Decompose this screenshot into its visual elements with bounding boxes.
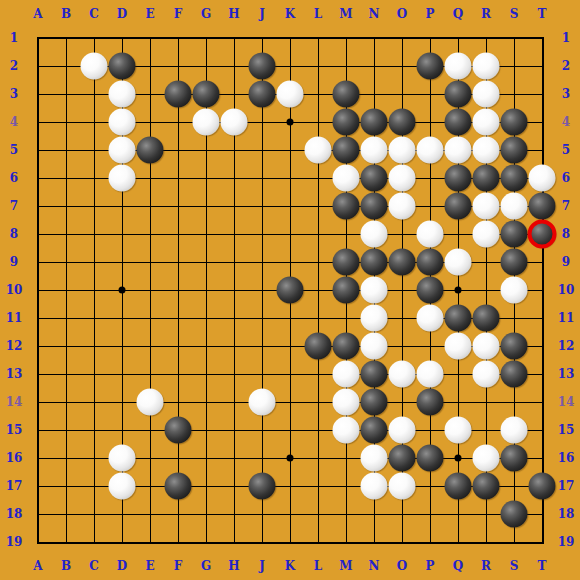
col-label-top-K: K [285,8,295,20]
col-label-bottom-A: A [33,560,42,572]
col-label-top-L: L [314,8,322,20]
stone-white-R13[interactable] [473,361,500,388]
stone-white-Q12[interactable] [445,333,472,360]
col-label-top-F: F [174,8,183,20]
stone-white-O13[interactable] [389,361,416,388]
stone-black-L12[interactable] [305,333,332,360]
go-board: ABCDEFGHJKLMNOPQRST ABCDEFGHJKLMNOPQRST … [0,0,580,580]
row-label-left-11: 11 [6,312,23,324]
stone-black-Q7[interactable] [445,193,472,220]
row-label-left-1: 1 [10,32,18,44]
stone-white-S10[interactable] [501,277,528,304]
row-label-right-5: 5 [562,144,570,156]
row-label-left-16: 16 [6,452,23,464]
stone-white-M13[interactable] [333,361,360,388]
col-label-top-E: E [145,8,154,20]
stone-black-S12[interactable] [501,333,528,360]
star-point-K4 [287,119,294,126]
stone-black-K10[interactable] [277,277,304,304]
stone-white-N16[interactable] [361,445,388,472]
stone-white-P11[interactable] [417,305,444,332]
stone-white-P13[interactable] [417,361,444,388]
col-label-bottom-R: R [481,560,491,572]
stone-black-M10[interactable] [333,277,360,304]
col-label-bottom-G: G [201,560,211,572]
col-label-bottom-P: P [425,560,434,572]
stone-black-J17[interactable] [249,473,276,500]
row-label-left-12: 12 [6,340,23,352]
stone-white-K3[interactable] [277,81,304,108]
row-label-right-12: 12 [558,340,575,352]
stone-white-P5[interactable] [417,137,444,164]
stone-black-S18[interactable] [501,501,528,528]
row-label-right-19: 19 [558,536,575,548]
stone-white-R8[interactable] [473,221,500,248]
row-label-right-2: 2 [562,60,570,72]
col-label-top-T: T [538,8,547,20]
stone-black-P14[interactable] [417,389,444,416]
stone-white-N11[interactable] [361,305,388,332]
stone-black-M7[interactable] [333,193,360,220]
stone-black-R17[interactable] [473,473,500,500]
row-label-right-11: 11 [558,312,575,324]
stone-white-D5[interactable] [109,137,136,164]
col-label-bottom-T: T [538,560,547,572]
stone-white-G4[interactable] [193,109,220,136]
col-label-bottom-O: O [397,560,407,572]
col-label-top-H: H [228,8,239,20]
stone-white-Q2[interactable] [445,53,472,80]
stone-black-Q3[interactable] [445,81,472,108]
row-label-left-10: 10 [6,284,23,296]
col-label-top-S: S [510,8,519,20]
stone-white-D17[interactable] [109,473,136,500]
stone-white-M15[interactable] [333,417,360,444]
stone-white-N10[interactable] [361,277,388,304]
stone-black-N7[interactable] [361,193,388,220]
stone-white-S15[interactable] [501,417,528,444]
col-label-top-O: O [397,8,407,20]
stone-black-T8[interactable] [529,221,556,248]
stone-white-S7[interactable] [501,193,528,220]
stone-white-T6[interactable] [529,165,556,192]
row-label-left-14: 14 [6,396,23,408]
stone-white-R16[interactable] [473,445,500,472]
stone-white-Q5[interactable] [445,137,472,164]
row-label-right-9: 9 [562,256,570,268]
stone-white-N17[interactable] [361,473,388,500]
stone-black-S16[interactable] [501,445,528,472]
stone-white-Q15[interactable] [445,417,472,444]
stone-white-L5[interactable] [305,137,332,164]
col-label-bottom-J: J [259,560,265,572]
col-label-top-C: C [89,8,99,20]
stone-black-F3[interactable] [165,81,192,108]
row-label-right-1: 1 [562,32,570,44]
row-label-left-5: 5 [10,144,18,156]
stone-white-J14[interactable] [249,389,276,416]
row-label-right-7: 7 [562,200,570,212]
row-label-right-18: 18 [558,508,575,520]
stone-black-O16[interactable] [389,445,416,472]
col-label-top-B: B [61,8,71,20]
stone-white-Q9[interactable] [445,249,472,276]
stone-white-N5[interactable] [361,137,388,164]
row-label-left-2: 2 [10,60,18,72]
row-label-right-17: 17 [558,480,575,492]
col-label-bottom-N: N [369,560,380,572]
stone-black-D2[interactable] [109,53,136,80]
row-label-right-16: 16 [558,452,575,464]
col-label-top-M: M [339,8,352,20]
stone-black-J3[interactable] [249,81,276,108]
col-label-top-R: R [481,8,491,20]
stone-white-R5[interactable] [473,137,500,164]
stone-black-M5[interactable] [333,137,360,164]
row-label-right-15: 15 [558,424,575,436]
stone-white-O17[interactable] [389,473,416,500]
row-label-right-4: 4 [562,116,570,128]
stone-black-N9[interactable] [361,249,388,276]
col-label-top-P: P [425,8,434,20]
stone-black-O4[interactable] [389,109,416,136]
col-label-top-D: D [117,8,127,20]
stone-white-R7[interactable] [473,193,500,220]
col-label-top-A: A [33,8,42,20]
stone-black-Q4[interactable] [445,109,472,136]
stone-white-O5[interactable] [389,137,416,164]
stone-black-E5[interactable] [137,137,164,164]
star-point-D10 [119,287,126,294]
stone-black-S8[interactable] [501,221,528,248]
stone-white-O6[interactable] [389,165,416,192]
row-label-left-15: 15 [6,424,23,436]
row-label-right-3: 3 [562,88,570,100]
star-point-Q16 [455,455,462,462]
stone-white-D4[interactable] [109,109,136,136]
col-label-bottom-D: D [117,560,127,572]
row-label-left-9: 9 [10,256,18,268]
row-label-left-8: 8 [10,228,18,240]
col-label-top-Q: Q [453,8,463,20]
col-label-bottom-K: K [285,560,295,572]
row-label-left-18: 18 [6,508,23,520]
col-label-bottom-Q: Q [453,560,463,572]
stone-black-S6[interactable] [501,165,528,192]
stone-black-P9[interactable] [417,249,444,276]
stone-white-M14[interactable] [333,389,360,416]
stone-white-M6[interactable] [333,165,360,192]
stone-black-O9[interactable] [389,249,416,276]
stone-black-R6[interactable] [473,165,500,192]
star-point-Q10 [455,287,462,294]
col-label-top-N: N [369,8,380,20]
stone-black-T7[interactable] [529,193,556,220]
col-label-top-J: J [259,8,265,20]
col-label-top-G: G [201,8,211,20]
row-label-left-7: 7 [10,200,18,212]
star-point-K16 [287,455,294,462]
stone-white-N12[interactable] [361,333,388,360]
col-label-bottom-M: M [339,560,352,572]
stone-black-R11[interactable] [473,305,500,332]
col-label-bottom-H: H [228,560,239,572]
stone-white-R4[interactable] [473,109,500,136]
stone-white-P8[interactable] [417,221,444,248]
stone-white-R2[interactable] [473,53,500,80]
row-label-left-17: 17 [6,480,23,492]
stone-black-S5[interactable] [501,137,528,164]
stone-white-N8[interactable] [361,221,388,248]
row-label-left-6: 6 [10,172,18,184]
stone-black-M9[interactable] [333,249,360,276]
stone-black-Q6[interactable] [445,165,472,192]
stone-black-N15[interactable] [361,417,388,444]
row-label-left-19: 19 [6,536,23,548]
row-label-right-8: 8 [562,228,570,240]
stone-black-F15[interactable] [165,417,192,444]
row-label-right-13: 13 [558,368,575,380]
stone-black-N4[interactable] [361,109,388,136]
stone-white-C2[interactable] [81,53,108,80]
stone-black-P16[interactable] [417,445,444,472]
stone-white-R3[interactable] [473,81,500,108]
stone-black-M12[interactable] [333,333,360,360]
stone-white-D3[interactable] [109,81,136,108]
stone-white-H4[interactable] [221,109,248,136]
stone-white-D6[interactable] [109,165,136,192]
col-label-bottom-L: L [314,560,322,572]
stone-black-S9[interactable] [501,249,528,276]
stone-black-P10[interactable] [417,277,444,304]
row-label-left-13: 13 [6,368,23,380]
stone-white-R12[interactable] [473,333,500,360]
stone-black-M3[interactable] [333,81,360,108]
col-label-bottom-S: S [510,560,519,572]
row-label-right-14: 14 [558,396,575,408]
stone-white-E14[interactable] [137,389,164,416]
stone-black-P2[interactable] [417,53,444,80]
stone-black-N14[interactable] [361,389,388,416]
row-label-right-10: 10 [558,284,575,296]
row-label-left-4: 4 [10,116,18,128]
stone-black-Q17[interactable] [445,473,472,500]
stone-black-S13[interactable] [501,361,528,388]
stone-black-F17[interactable] [165,473,192,500]
stone-black-J2[interactable] [249,53,276,80]
col-label-bottom-B: B [61,560,71,572]
stone-black-N13[interactable] [361,361,388,388]
stone-black-T17[interactable] [529,473,556,500]
stone-black-N6[interactable] [361,165,388,192]
stone-black-S4[interactable] [501,109,528,136]
stone-black-Q11[interactable] [445,305,472,332]
row-label-right-6: 6 [562,172,570,184]
row-label-left-3: 3 [10,88,18,100]
col-label-bottom-F: F [174,560,183,572]
stone-white-O15[interactable] [389,417,416,444]
col-label-bottom-E: E [145,560,154,572]
stone-white-D16[interactable] [109,445,136,472]
stone-white-O7[interactable] [389,193,416,220]
col-label-bottom-C: C [89,560,99,572]
stone-black-M4[interactable] [333,109,360,136]
stone-black-G3[interactable] [193,81,220,108]
